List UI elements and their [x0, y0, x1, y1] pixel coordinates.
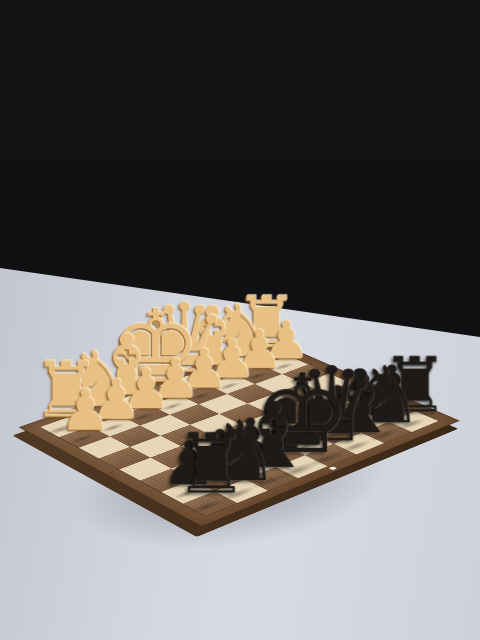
piece-glyph: ♟: [59, 382, 110, 439]
piece-glyph: ♜: [173, 423, 247, 505]
square-h8: ♜: [183, 491, 237, 516]
brand-dot: [328, 466, 338, 470]
scene: ♜♞♝♚♛♝♞♜♟♟♟♟♟♟♟♟♟♟♟♟♟♟♟♟♜♞♝♚♛♝♞♜: [0, 0, 480, 640]
